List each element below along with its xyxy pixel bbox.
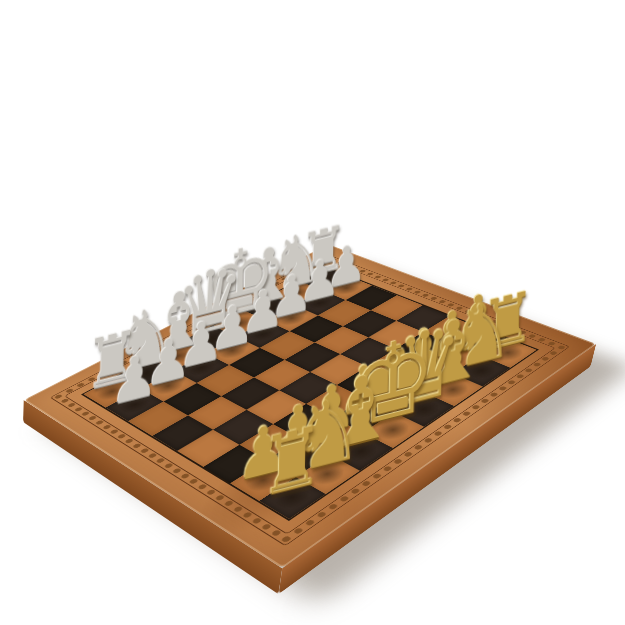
photo-backdrop: ♜♞♝♛♚♝♞♜♟♟♟♟♟♟♟♟♟♟♟♟♟♟♟♟♜♞♝♚♛♝♞♜ xyxy=(0,0,625,625)
scene: ♜♞♝♛♚♝♞♜♟♟♟♟♟♟♟♟♟♟♟♟♟♟♟♟♜♞♝♚♛♝♞♜ xyxy=(0,0,625,625)
chess-board: ♜♞♝♛♚♝♞♜♟♟♟♟♟♟♟♟♟♟♟♟♟♟♟♟♜♞♝♚♛♝♞♜ xyxy=(24,244,596,568)
square-a1[interactable]: ♜ xyxy=(259,477,325,519)
